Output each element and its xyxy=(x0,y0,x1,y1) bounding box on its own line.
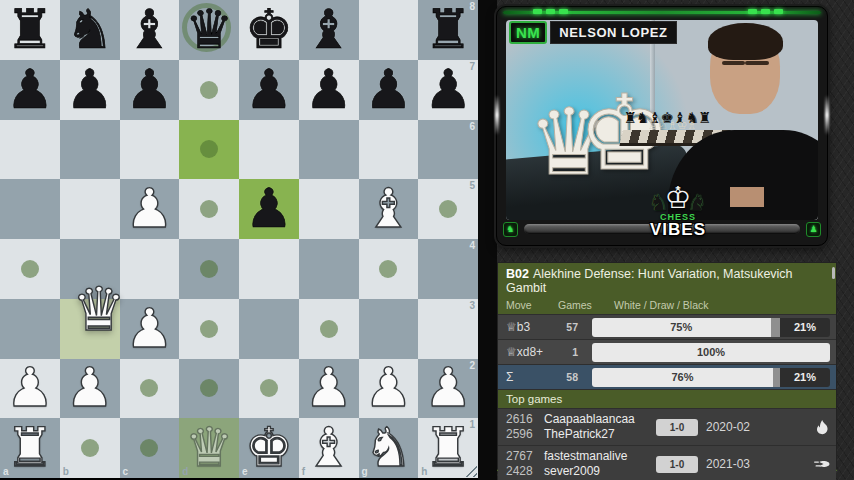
light-streak-left xyxy=(495,95,499,135)
piece-black-pawn-b7[interactable]: ♟ xyxy=(60,60,120,120)
eco-code: B02 xyxy=(506,267,529,281)
piece-black-bishop-f8[interactable]: ♝ xyxy=(299,0,359,60)
cam-right-button[interactable]: ♟ xyxy=(806,222,821,237)
square-d8[interactable]: ♛ xyxy=(179,0,239,60)
result-badge: 1-0 xyxy=(656,456,698,473)
piece-black-pawn-c7[interactable]: ♟ xyxy=(120,60,180,120)
legal-move-dot[interactable] xyxy=(200,81,218,99)
square-h5[interactable]: 5 xyxy=(418,179,478,239)
file-label-f: f xyxy=(302,466,305,477)
piece-black-pawn-e5[interactable]: ♟ xyxy=(239,179,299,239)
square-f8[interactable]: ♝ xyxy=(299,0,359,60)
piece-black-pawn-g7[interactable]: ♟ xyxy=(359,60,419,120)
square-d6[interactable] xyxy=(179,120,239,180)
legal-move-dot[interactable] xyxy=(200,379,218,397)
result-bar: 76% 21% xyxy=(592,368,830,387)
webcam-frame: ♛ ♚ ♜♞♝♚♝♞♜ ♖♘♗♔♗ NM NEL xyxy=(496,6,828,246)
flame-icon xyxy=(814,419,830,435)
title-badge: NM xyxy=(509,21,547,44)
top-game-row-1[interactable]: 2616 2596 Caapaablaancaa ThePatrick27 1-… xyxy=(498,408,836,445)
file-label-d: d xyxy=(182,466,188,477)
square-a8[interactable]: ♜ xyxy=(0,0,60,60)
top-game-row-2[interactable]: 2767 2428 fastestmanalive sever2009 1-0 … xyxy=(498,445,836,480)
piece-white-pawn-g2[interactable]: ♟ xyxy=(359,359,419,419)
square-d3[interactable] xyxy=(179,299,239,359)
square-e8[interactable]: ♚ xyxy=(239,0,299,60)
square-a6[interactable] xyxy=(0,120,60,180)
square-c2[interactable] xyxy=(120,359,180,419)
square-b1[interactable]: b xyxy=(60,418,120,478)
legal-move-dot[interactable] xyxy=(200,260,218,278)
rank-label-5: 5 xyxy=(469,180,475,191)
square-e3[interactable] xyxy=(239,299,299,359)
stream-screen: ♜♞♝♛♚♝♜8♟♟♟♟♟♟♟76♟♟♝54♟3♟♟♟♟♟2♜abc♛d♚e♝f… xyxy=(0,0,854,480)
square-f7[interactable]: ♟ xyxy=(299,60,359,120)
cam-left-button[interactable]: ♞ xyxy=(503,222,518,237)
rank-label-3: 3 xyxy=(469,300,475,311)
result-badge: 1-0 xyxy=(656,419,698,436)
bullet-icon xyxy=(814,456,830,472)
rank-label-4: 4 xyxy=(469,240,475,251)
square-c5[interactable]: ♟ xyxy=(120,179,180,239)
legal-move-dot[interactable] xyxy=(140,379,158,397)
logo-text-vibes: VIBES xyxy=(635,220,721,240)
accent-dashes-right xyxy=(748,9,783,14)
square-h2[interactable]: ♟2 xyxy=(418,359,478,419)
square-g7[interactable]: ♟ xyxy=(359,60,419,120)
square-h1[interactable]: ♜1h xyxy=(418,418,478,478)
piece-white-pawn-f2[interactable]: ♟ xyxy=(299,359,359,419)
square-a5[interactable] xyxy=(0,179,60,239)
opening-header: B02Alekhine Defense: Hunt Variation, Mat… xyxy=(498,263,836,314)
square-g4[interactable] xyxy=(359,239,419,299)
square-d1[interactable]: ♛d xyxy=(179,418,239,478)
piece-black-pawn-f7[interactable]: ♟ xyxy=(299,60,359,120)
file-label-h: h xyxy=(421,466,427,477)
file-label-c: c xyxy=(123,466,129,477)
piece-black-king-e8[interactable]: ♚ xyxy=(239,0,299,60)
square-a4[interactable] xyxy=(0,239,60,299)
legal-move-dot[interactable] xyxy=(21,260,39,278)
column-headers: Move Games White / Draw / Black xyxy=(506,299,828,311)
streamer-hair xyxy=(708,23,782,60)
legal-move-dot[interactable] xyxy=(320,320,338,338)
col-results: White / Draw / Black xyxy=(614,299,709,311)
file-label-a: a xyxy=(3,466,9,477)
divider xyxy=(478,0,497,480)
summary-row[interactable]: Σ 58 76% 21% xyxy=(498,364,836,389)
square-c3[interactable]: ♟ xyxy=(120,299,180,359)
square-g1[interactable]: ♞g xyxy=(359,418,419,478)
square-g6[interactable] xyxy=(359,120,419,180)
light-streak-right xyxy=(825,95,829,135)
streamer-name: NELSON LOPEZ xyxy=(550,21,676,44)
legal-move-dot[interactable] xyxy=(200,200,218,218)
square-h6[interactable]: 6 xyxy=(418,120,478,180)
rank-label-6: 6 xyxy=(469,121,475,132)
opening-title: B02Alekhine Defense: Hunt Variation, Mat… xyxy=(506,267,828,295)
square-f4[interactable] xyxy=(299,239,359,299)
square-d5[interactable] xyxy=(179,179,239,239)
piece-white-pawn-a2[interactable]: ♟ xyxy=(0,359,60,419)
col-move: Move xyxy=(506,299,558,311)
legal-move-dot[interactable] xyxy=(81,439,99,457)
scrollbar-thumb[interactable] xyxy=(832,267,835,279)
logo-king-icon: ♔ xyxy=(665,180,692,215)
square-h8[interactable]: ♜8 xyxy=(418,0,478,60)
square-b7[interactable]: ♟ xyxy=(60,60,120,120)
square-e1[interactable]: ♚e xyxy=(239,418,299,478)
square-c4[interactable] xyxy=(120,239,180,299)
piece-black-bishop-c8[interactable]: ♝ xyxy=(120,0,180,60)
legal-move-dot[interactable] xyxy=(260,379,278,397)
accent-dashes-left xyxy=(533,9,568,14)
stream-sidebar: ♛ ♚ ♜♞♝♚♝♞♜ ♖♘♗♔♗ NM NEL xyxy=(478,0,854,480)
square-b6[interactable] xyxy=(60,120,120,180)
streamer-name-badge: NM NELSON LOPEZ xyxy=(509,21,677,44)
square-c1[interactable]: c xyxy=(120,418,180,478)
legal-move-dot[interactable] xyxy=(140,439,158,457)
square-g8[interactable] xyxy=(359,0,419,60)
square-h7[interactable]: ♟7 xyxy=(418,60,478,120)
rank-label-8: 8 xyxy=(469,1,475,12)
piece-black-queen-d8[interactable]: ♛ xyxy=(179,0,239,60)
square-g2[interactable]: ♟ xyxy=(359,359,419,419)
move-row-qxd8[interactable]: ♕xd8+ 1 100% xyxy=(498,339,836,364)
square-e4[interactable] xyxy=(239,239,299,299)
square-d4[interactable] xyxy=(179,239,239,299)
square-f3[interactable] xyxy=(299,299,359,359)
square-g3[interactable] xyxy=(359,299,419,359)
chess-vibes-logo: ♞ ♔ ♞ CHESS VIBES xyxy=(635,179,721,240)
square-f2[interactable]: ♟ xyxy=(299,359,359,419)
square-f6[interactable] xyxy=(299,120,359,180)
chess-board[interactable]: ♜♞♝♛♚♝♜8♟♟♟♟♟♟♟76♟♟♝54♟3♟♟♟♟♟2♜abc♛d♚e♝f… xyxy=(0,0,478,478)
square-f5[interactable] xyxy=(299,179,359,239)
piece-white-pawn-c5[interactable]: ♟ xyxy=(120,179,180,239)
square-b4[interactable] xyxy=(60,239,120,299)
square-b3[interactable] xyxy=(60,299,120,359)
square-e7[interactable]: ♟ xyxy=(239,60,299,120)
move-row-qb3[interactable]: ♕b3 57 75% 21% xyxy=(498,314,836,339)
legal-move-dot[interactable] xyxy=(439,200,457,218)
legal-move-dot[interactable] xyxy=(200,320,218,338)
square-b5[interactable] xyxy=(60,179,120,239)
square-a1[interactable]: ♜a xyxy=(0,418,60,478)
opening-explorer-panel: B02Alekhine Defense: Hunt Variation, Mat… xyxy=(497,262,837,471)
piece-white-bishop-g5[interactable]: ♝ xyxy=(359,179,419,239)
file-label-b: b xyxy=(63,466,69,477)
square-c7[interactable]: ♟ xyxy=(120,60,180,120)
result-bar: 75% 21% xyxy=(592,318,830,337)
square-c6[interactable] xyxy=(120,120,180,180)
square-a3[interactable] xyxy=(0,299,60,359)
piece-black-rook-a8[interactable]: ♜ xyxy=(0,0,60,60)
piece-white-pawn-b2[interactable]: ♟ xyxy=(60,359,120,419)
streamer-head xyxy=(710,26,780,114)
square-g5[interactable]: ♝ xyxy=(359,179,419,239)
piece-black-knight-b8[interactable]: ♞ xyxy=(60,0,120,60)
square-a2[interactable]: ♟ xyxy=(0,359,60,419)
rank-label-1: 1 xyxy=(469,419,475,430)
rank-label-7: 7 xyxy=(469,61,475,72)
piece-black-pawn-a7[interactable]: ♟ xyxy=(0,60,60,120)
square-d7[interactable] xyxy=(179,60,239,120)
legal-move-dot[interactable] xyxy=(200,140,218,158)
square-d2[interactable] xyxy=(179,359,239,419)
square-a7[interactable]: ♟ xyxy=(0,60,60,120)
square-c8[interactable]: ♝ xyxy=(120,0,180,60)
piece-black-pawn-e7[interactable]: ♟ xyxy=(239,60,299,120)
square-b8[interactable]: ♞ xyxy=(60,0,120,60)
piece-white-pawn-c3[interactable]: ♟ xyxy=(120,299,180,359)
legal-move-dot[interactable] xyxy=(379,260,397,278)
square-f1[interactable]: ♝f xyxy=(299,418,359,478)
col-games: Games xyxy=(558,299,614,311)
piece-white-bishop-f1[interactable]: ♝ xyxy=(299,418,359,478)
file-label-g: g xyxy=(362,466,368,477)
square-e6[interactable] xyxy=(239,120,299,180)
top-games-header: Top games xyxy=(498,389,836,408)
opening-name: Alekhine Defense: Hunt Variation, Matsuk… xyxy=(506,267,793,295)
square-h3[interactable]: 3 xyxy=(418,299,478,359)
result-bar: 100% xyxy=(592,343,830,362)
logo-emblem: ♞ ♔ ♞ xyxy=(635,179,721,215)
square-e2[interactable] xyxy=(239,359,299,419)
square-b2[interactable]: ♟ xyxy=(60,359,120,419)
square-h4[interactable]: 4 xyxy=(418,239,478,299)
square-e5[interactable]: ♟ xyxy=(239,179,299,239)
file-label-e: e xyxy=(242,466,248,477)
rank-label-2: 2 xyxy=(469,360,475,371)
